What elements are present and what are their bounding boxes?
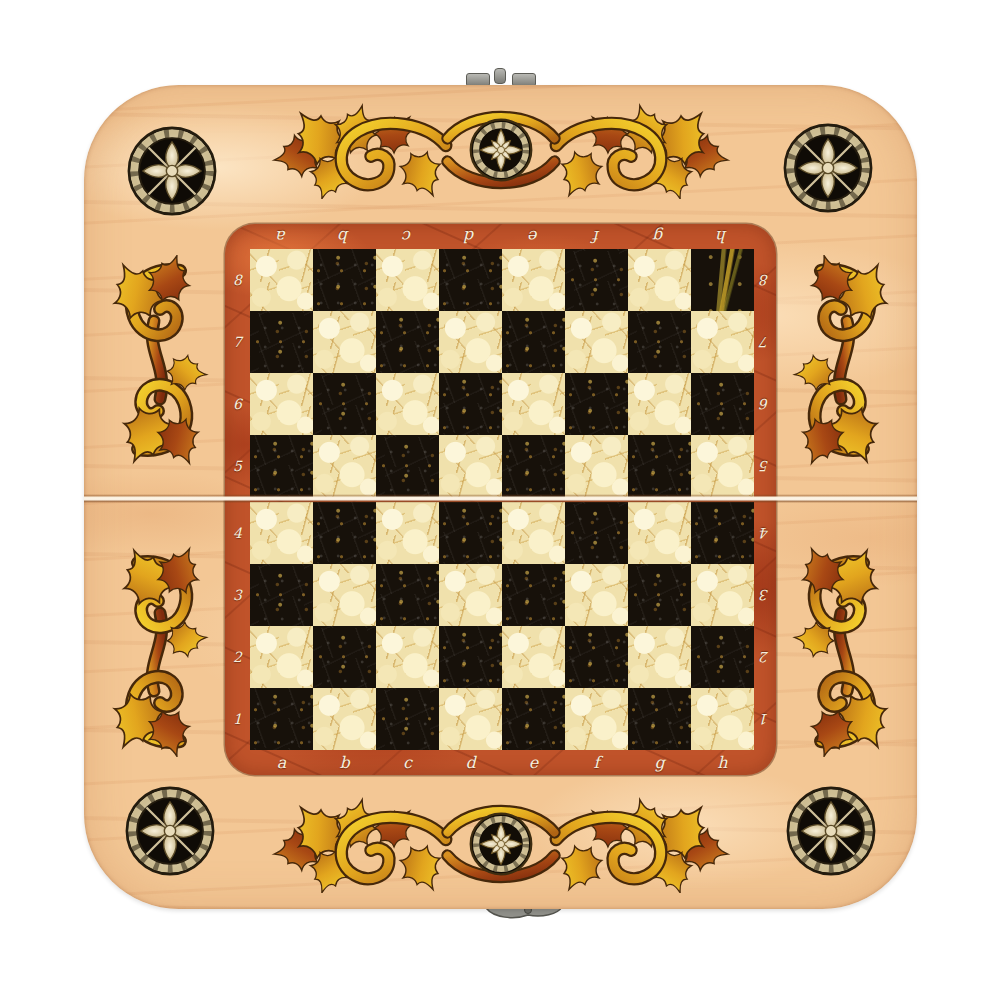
ranks-left-label-3: 3: [233, 587, 242, 603]
ranks-left-label-5: 5: [233, 458, 242, 474]
ranks-right-label-1: 1: [760, 711, 769, 727]
square-d2[interactable]: [439, 626, 502, 688]
square-d8[interactable]: [439, 249, 502, 311]
square-h3[interactable]: [691, 564, 754, 626]
square-a7[interactable]: [250, 311, 313, 373]
files-top-label-c: c: [403, 227, 412, 246]
square-g8[interactable]: [628, 249, 691, 311]
ranks-right-label-2: 2: [760, 649, 769, 665]
square-d1[interactable]: [439, 688, 502, 750]
ranks-right-label-7: 7: [760, 334, 769, 350]
square-d5[interactable]: [439, 435, 502, 497]
square-h7[interactable]: [691, 311, 754, 373]
square-e7[interactable]: [502, 311, 565, 373]
files-top-label-d: d: [465, 227, 475, 246]
corner-medallion-top-left: [125, 124, 219, 218]
ranks-right-label-5: 5: [760, 458, 769, 474]
files-top-label-a: a: [277, 227, 287, 246]
square-e8[interactable]: [502, 249, 565, 311]
square-b8[interactable]: [313, 249, 376, 311]
square-e5[interactable]: [502, 435, 565, 497]
files-top-label-b: b: [339, 227, 349, 246]
ornament-side-left-top: [102, 255, 214, 475]
square-c3[interactable]: [376, 564, 439, 626]
chess-box: abcdefgh abcdefgh 87654321 87654321: [84, 85, 917, 909]
board-squares-bottom: [250, 502, 754, 750]
file-labels-top: abcdefgh: [250, 224, 754, 249]
square-a1[interactable]: [250, 688, 313, 750]
square-f8[interactable]: [565, 249, 628, 311]
board-squares-top: [250, 249, 754, 497]
ranks-left-label-7: 7: [233, 334, 242, 350]
square-a8[interactable]: [250, 249, 313, 311]
square-b4[interactable]: [313, 502, 376, 564]
square-g6[interactable]: [628, 373, 691, 435]
square-a2[interactable]: [250, 626, 313, 688]
ranks-right-label-4: 4: [760, 525, 769, 541]
square-c7[interactable]: [376, 311, 439, 373]
ranks-left-label-8: 8: [233, 272, 242, 288]
square-b5[interactable]: [313, 435, 376, 497]
square-e4[interactable]: [502, 502, 565, 564]
files-bottom-label-d: d: [465, 753, 475, 772]
square-f6[interactable]: [565, 373, 628, 435]
hinge-pin-icon: [494, 68, 506, 84]
files-top-label-h: h: [717, 227, 727, 246]
ornament-band-top: [256, 101, 746, 199]
square-b6[interactable]: [313, 373, 376, 435]
square-c6[interactable]: [376, 373, 439, 435]
ornament-side-left-bottom: [102, 537, 214, 757]
ranks-left-label-4: 4: [233, 525, 242, 541]
files-bottom-label-h: h: [717, 753, 727, 772]
ranks-left-label-6: 6: [233, 396, 242, 412]
square-e2[interactable]: [502, 626, 565, 688]
files-top-label-f: f: [594, 227, 600, 246]
square-f7[interactable]: [565, 311, 628, 373]
square-c8[interactable]: [376, 249, 439, 311]
square-c2[interactable]: [376, 626, 439, 688]
square-c4[interactable]: [376, 502, 439, 564]
ornament-band-bottom: [256, 795, 746, 893]
files-bottom-label-e: e: [529, 753, 538, 772]
square-f3[interactable]: [565, 564, 628, 626]
corner-medallion-bottom-right: [784, 784, 878, 878]
corner-medallion-top-right: [781, 121, 875, 215]
square-d6[interactable]: [439, 373, 502, 435]
ornament-side-right-bottom: [787, 537, 899, 757]
square-g4[interactable]: [628, 502, 691, 564]
square-c1[interactable]: [376, 688, 439, 750]
square-d4[interactable]: [439, 502, 502, 564]
fold-seam: [84, 494, 917, 503]
ranks-right-label-6: 6: [760, 396, 769, 412]
ranks-right-label-8: 8: [760, 272, 769, 288]
square-h6[interactable]: [691, 373, 754, 435]
corner-medallion-bottom-left: [123, 784, 217, 878]
square-a4[interactable]: [250, 502, 313, 564]
square-g5[interactable]: [628, 435, 691, 497]
ornament-side-right-top: [787, 255, 899, 475]
square-h4[interactable]: [691, 502, 754, 564]
file-labels-bottom: abcdefgh: [250, 750, 754, 775]
square-e6[interactable]: [502, 373, 565, 435]
square-g7[interactable]: [628, 311, 691, 373]
square-d7[interactable]: [439, 311, 502, 373]
square-c5[interactable]: [376, 435, 439, 497]
square-h8[interactable]: [691, 249, 754, 311]
square-f5[interactable]: [565, 435, 628, 497]
files-top-label-g: g: [654, 227, 664, 246]
square-e3[interactable]: [502, 564, 565, 626]
files-bottom-label-a: a: [277, 753, 287, 772]
square-a6[interactable]: [250, 373, 313, 435]
square-a3[interactable]: [250, 564, 313, 626]
square-g3[interactable]: [628, 564, 691, 626]
square-h1[interactable]: [691, 688, 754, 750]
square-b3[interactable]: [313, 564, 376, 626]
files-bottom-label-f: f: [594, 753, 600, 772]
square-f4[interactable]: [565, 502, 628, 564]
files-top-label-e: e: [529, 227, 538, 246]
square-e1[interactable]: [502, 688, 565, 750]
square-b7[interactable]: [313, 311, 376, 373]
files-bottom-label-g: g: [654, 753, 664, 772]
square-g1[interactable]: [628, 688, 691, 750]
square-h5[interactable]: [691, 435, 754, 497]
square-g2[interactable]: [628, 626, 691, 688]
square-b2[interactable]: [313, 626, 376, 688]
ranks-left-label-2: 2: [233, 649, 242, 665]
square-a5[interactable]: [250, 435, 313, 497]
files-bottom-label-b: b: [339, 753, 349, 772]
square-b1[interactable]: [313, 688, 376, 750]
ranks-left-label-1: 1: [233, 711, 242, 727]
square-d3[interactable]: [439, 564, 502, 626]
square-f2[interactable]: [565, 626, 628, 688]
square-f1[interactable]: [565, 688, 628, 750]
files-bottom-label-c: c: [403, 753, 412, 772]
square-h2[interactable]: [691, 626, 754, 688]
ranks-right-label-3: 3: [760, 587, 769, 603]
